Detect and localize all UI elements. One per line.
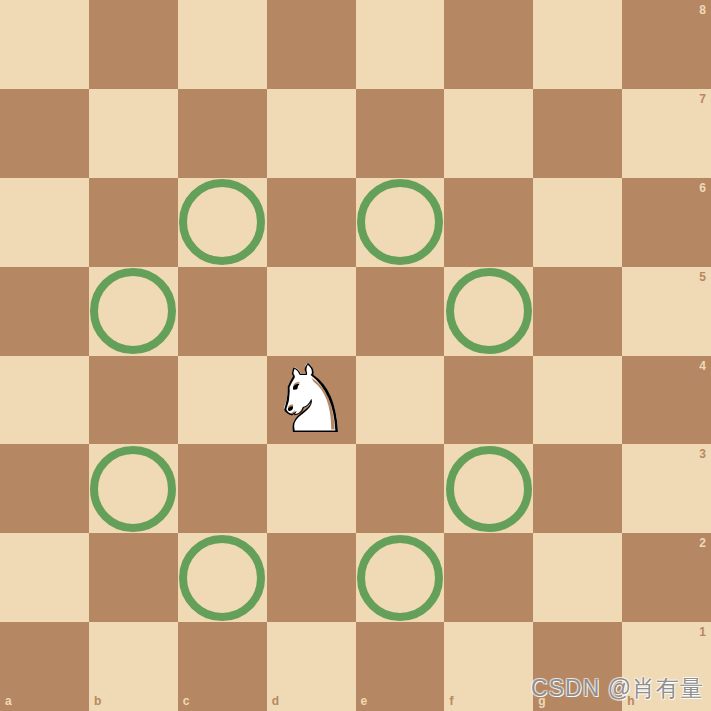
square-a4[interactable]	[0, 356, 89, 445]
square-f6[interactable]	[444, 178, 533, 267]
square-f7[interactable]	[444, 89, 533, 178]
move-dest-circle-c6	[179, 179, 265, 265]
square-d8[interactable]	[267, 0, 356, 89]
rank-label-4: 4	[699, 360, 706, 372]
square-d7[interactable]	[267, 89, 356, 178]
square-c4[interactable]	[178, 356, 267, 445]
square-f2[interactable]	[444, 533, 533, 622]
square-c5[interactable]	[178, 267, 267, 356]
square-h7[interactable]: 7	[622, 89, 711, 178]
rank-label-6: 6	[699, 182, 706, 194]
rank-label-2: 2	[699, 537, 706, 549]
move-dest-circle-e2	[357, 535, 443, 621]
rank-label-3: 3	[699, 448, 706, 460]
square-d1[interactable]: d	[267, 622, 356, 711]
square-c3[interactable]	[178, 444, 267, 533]
file-label-c: c	[183, 695, 190, 707]
square-a7[interactable]	[0, 89, 89, 178]
file-label-g: g	[538, 695, 545, 707]
file-label-e: e	[361, 695, 368, 707]
square-c6[interactable]	[178, 178, 267, 267]
file-label-h: h	[627, 695, 634, 707]
square-g4[interactable]	[533, 356, 622, 445]
square-e1[interactable]: e	[356, 622, 445, 711]
square-d3[interactable]	[267, 444, 356, 533]
square-f1[interactable]: f	[444, 622, 533, 711]
square-e8[interactable]	[356, 0, 445, 89]
square-b1[interactable]: b	[89, 622, 178, 711]
square-h1[interactable]: 1h	[622, 622, 711, 711]
square-h5[interactable]: 5	[622, 267, 711, 356]
square-c7[interactable]	[178, 89, 267, 178]
square-e5[interactable]	[356, 267, 445, 356]
square-a5[interactable]	[0, 267, 89, 356]
square-h6[interactable]: 6	[622, 178, 711, 267]
move-dest-circle-f5	[446, 268, 532, 354]
square-a2[interactable]	[0, 533, 89, 622]
square-h8[interactable]: 8	[622, 0, 711, 89]
square-d6[interactable]	[267, 178, 356, 267]
square-d4[interactable]: ♞♘	[267, 356, 356, 445]
square-e4[interactable]	[356, 356, 445, 445]
rank-label-1: 1	[699, 626, 706, 638]
square-a3[interactable]	[0, 444, 89, 533]
square-e2[interactable]	[356, 533, 445, 622]
square-g6[interactable]	[533, 178, 622, 267]
move-dest-circle-e6	[357, 179, 443, 265]
square-a1[interactable]: a	[0, 622, 89, 711]
square-b6[interactable]	[89, 178, 178, 267]
move-dest-circle-f3	[446, 446, 532, 532]
file-label-b: b	[94, 695, 101, 707]
square-b4[interactable]	[89, 356, 178, 445]
square-c2[interactable]	[178, 533, 267, 622]
square-d5[interactable]	[267, 267, 356, 356]
square-c8[interactable]	[178, 0, 267, 89]
square-d2[interactable]	[267, 533, 356, 622]
move-dest-circle-c2	[179, 535, 265, 621]
square-b3[interactable]	[89, 444, 178, 533]
square-h3[interactable]: 3	[622, 444, 711, 533]
white-knight-outline: ♘	[267, 356, 356, 445]
square-f3[interactable]	[444, 444, 533, 533]
square-a6[interactable]	[0, 178, 89, 267]
move-dest-circle-b5	[90, 268, 176, 354]
square-b7[interactable]	[89, 89, 178, 178]
square-e7[interactable]	[356, 89, 445, 178]
rank-label-7: 7	[699, 93, 706, 105]
square-f4[interactable]	[444, 356, 533, 445]
square-b2[interactable]	[89, 533, 178, 622]
square-e3[interactable]	[356, 444, 445, 533]
square-g3[interactable]	[533, 444, 622, 533]
square-c1[interactable]: c	[178, 622, 267, 711]
square-f8[interactable]	[444, 0, 533, 89]
square-b5[interactable]	[89, 267, 178, 356]
square-h4[interactable]: 4	[622, 356, 711, 445]
chess-board[interactable]: 8765♞♘432abcdefg1h	[0, 0, 711, 711]
rank-label-8: 8	[699, 4, 706, 16]
square-g2[interactable]	[533, 533, 622, 622]
square-a8[interactable]	[0, 0, 89, 89]
rank-label-5: 5	[699, 271, 706, 283]
white-knight[interactable]: ♞♘	[267, 356, 356, 445]
file-label-a: a	[5, 695, 12, 707]
file-label-d: d	[272, 695, 279, 707]
square-e6[interactable]	[356, 178, 445, 267]
square-f5[interactable]	[444, 267, 533, 356]
square-g8[interactable]	[533, 0, 622, 89]
square-g1[interactable]: g	[533, 622, 622, 711]
move-dest-circle-b3	[90, 446, 176, 532]
file-label-f: f	[449, 695, 453, 707]
square-g7[interactable]	[533, 89, 622, 178]
square-h2[interactable]: 2	[622, 533, 711, 622]
square-b8[interactable]	[89, 0, 178, 89]
square-g5[interactable]	[533, 267, 622, 356]
